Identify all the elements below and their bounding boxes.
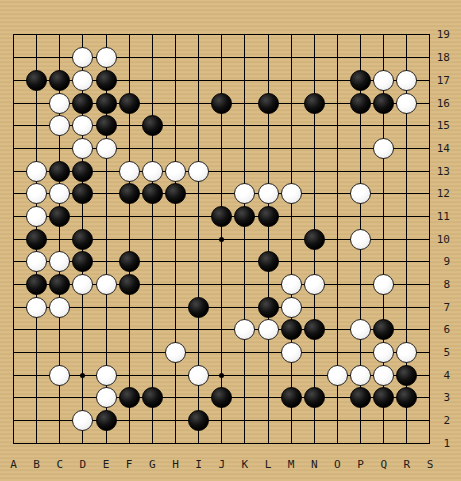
intersection-Q16[interactable] [372,92,395,115]
intersection-D5[interactable] [71,341,94,364]
intersection-N4[interactable] [303,364,326,387]
intersection-P18[interactable] [349,46,372,69]
intersection-R16[interactable] [395,92,418,115]
intersection-N15[interactable] [303,114,326,137]
intersection-M16[interactable] [280,92,303,115]
intersection-E7[interactable] [94,296,117,319]
intersection-M10[interactable] [280,228,303,251]
intersection-F3[interactable] [118,387,141,410]
intersection-A5[interactable] [2,341,25,364]
intersection-A13[interactable] [2,160,25,183]
intersection-K8[interactable] [233,273,256,296]
intersection-A10[interactable] [2,228,25,251]
intersection-H8[interactable] [164,273,187,296]
intersection-H17[interactable] [164,69,187,92]
intersection-A3[interactable] [2,387,25,410]
intersection-B17[interactable] [25,69,48,92]
intersection-C4[interactable] [48,364,71,387]
intersection-H4[interactable] [164,364,187,387]
intersection-E10[interactable] [94,228,117,251]
intersection-K7[interactable] [233,296,256,319]
intersection-L10[interactable] [256,228,279,251]
intersection-M5[interactable] [280,341,303,364]
intersection-O3[interactable] [326,387,349,410]
intersection-B9[interactable] [25,250,48,273]
intersection-O6[interactable] [326,319,349,342]
intersection-J15[interactable] [210,114,233,137]
intersection-R12[interactable] [395,182,418,205]
intersection-J6[interactable] [210,319,233,342]
intersection-D19[interactable] [71,24,94,47]
intersection-R3[interactable] [395,387,418,410]
intersection-P19[interactable] [349,24,372,47]
intersection-Q7[interactable] [372,296,395,319]
intersection-H10[interactable] [164,228,187,251]
intersection-I7[interactable] [187,296,210,319]
intersection-J19[interactable] [210,24,233,47]
intersection-D8[interactable] [71,273,94,296]
intersection-E6[interactable] [94,319,117,342]
intersection-G1[interactable] [141,432,164,455]
intersection-R8[interactable] [395,273,418,296]
intersection-H19[interactable] [164,24,187,47]
intersection-N6[interactable] [303,319,326,342]
intersection-F1[interactable] [118,432,141,455]
intersection-I14[interactable] [187,137,210,160]
intersection-R17[interactable] [395,69,418,92]
intersection-P17[interactable] [349,69,372,92]
intersection-E11[interactable] [94,205,117,228]
intersection-F2[interactable] [118,409,141,432]
intersection-L11[interactable] [256,205,279,228]
intersection-L14[interactable] [256,137,279,160]
intersection-D16[interactable] [71,92,94,115]
intersection-P13[interactable] [349,160,372,183]
intersection-C7[interactable] [48,296,71,319]
intersection-K14[interactable] [233,137,256,160]
intersection-F12[interactable] [118,182,141,205]
intersection-E12[interactable] [94,182,117,205]
intersection-C6[interactable] [48,319,71,342]
intersection-J10[interactable] [210,228,233,251]
intersection-O11[interactable] [326,205,349,228]
intersection-E4[interactable] [94,364,117,387]
intersection-E13[interactable] [94,160,117,183]
intersection-L19[interactable] [256,24,279,47]
intersection-G17[interactable] [141,69,164,92]
intersection-J4[interactable] [210,364,233,387]
intersection-F14[interactable] [118,137,141,160]
intersection-L13[interactable] [256,160,279,183]
intersection-I17[interactable] [187,69,210,92]
intersection-O8[interactable] [326,273,349,296]
intersection-D15[interactable] [71,114,94,137]
intersection-A19[interactable] [2,24,25,47]
intersection-D4[interactable] [71,364,94,387]
intersection-C12[interactable] [48,182,71,205]
intersection-R9[interactable] [395,250,418,273]
intersection-I19[interactable] [187,24,210,47]
intersection-I8[interactable] [187,273,210,296]
intersection-G8[interactable] [141,273,164,296]
intersection-D14[interactable] [71,137,94,160]
intersection-D7[interactable] [71,296,94,319]
intersection-J3[interactable] [210,387,233,410]
intersection-Q1[interactable] [372,432,395,455]
intersection-N14[interactable] [303,137,326,160]
intersection-P7[interactable] [349,296,372,319]
intersection-F18[interactable] [118,46,141,69]
intersection-B6[interactable] [25,319,48,342]
intersection-K1[interactable] [233,432,256,455]
intersection-K12[interactable] [233,182,256,205]
intersection-I1[interactable] [187,432,210,455]
intersection-Q10[interactable] [372,228,395,251]
intersection-J12[interactable] [210,182,233,205]
intersection-J18[interactable] [210,46,233,69]
intersection-M12[interactable] [280,182,303,205]
intersection-A15[interactable] [2,114,25,137]
intersection-L17[interactable] [256,69,279,92]
intersection-E15[interactable] [94,114,117,137]
intersection-G10[interactable] [141,228,164,251]
intersection-C2[interactable] [48,409,71,432]
intersection-M9[interactable] [280,250,303,273]
intersection-M18[interactable] [280,46,303,69]
intersection-P4[interactable] [349,364,372,387]
intersection-O14[interactable] [326,137,349,160]
intersection-P15[interactable] [349,114,372,137]
intersection-O16[interactable] [326,92,349,115]
intersection-F19[interactable] [118,24,141,47]
intersection-C1[interactable] [48,432,71,455]
intersection-O13[interactable] [326,160,349,183]
intersection-R2[interactable] [395,409,418,432]
intersection-P5[interactable] [349,341,372,364]
intersection-P11[interactable] [349,205,372,228]
intersection-F5[interactable] [118,341,141,364]
intersection-F13[interactable] [118,160,141,183]
intersection-C8[interactable] [48,273,71,296]
intersection-K17[interactable] [233,69,256,92]
intersection-F4[interactable] [118,364,141,387]
intersection-R6[interactable] [395,319,418,342]
intersection-K3[interactable] [233,387,256,410]
intersection-N1[interactable] [303,432,326,455]
intersection-I9[interactable] [187,250,210,273]
intersection-F17[interactable] [118,69,141,92]
intersection-J1[interactable] [210,432,233,455]
intersection-H9[interactable] [164,250,187,273]
intersection-C9[interactable] [48,250,71,273]
intersection-B16[interactable] [25,92,48,115]
intersection-H18[interactable] [164,46,187,69]
intersection-J7[interactable] [210,296,233,319]
intersection-Q11[interactable] [372,205,395,228]
intersection-G3[interactable] [141,387,164,410]
intersection-L7[interactable] [256,296,279,319]
intersection-P10[interactable] [349,228,372,251]
intersection-K2[interactable] [233,409,256,432]
intersection-Q9[interactable] [372,250,395,273]
intersection-R14[interactable] [395,137,418,160]
intersection-O15[interactable] [326,114,349,137]
intersection-B8[interactable] [25,273,48,296]
intersection-Q6[interactable] [372,319,395,342]
intersection-H7[interactable] [164,296,187,319]
intersection-B13[interactable] [25,160,48,183]
intersection-A18[interactable] [2,46,25,69]
intersection-O17[interactable] [326,69,349,92]
intersection-K10[interactable] [233,228,256,251]
intersection-B1[interactable] [25,432,48,455]
intersection-J5[interactable] [210,341,233,364]
intersection-F16[interactable] [118,92,141,115]
intersection-N7[interactable] [303,296,326,319]
intersection-C16[interactable] [48,92,71,115]
intersection-K19[interactable] [233,24,256,47]
intersection-P2[interactable] [349,409,372,432]
intersection-L15[interactable] [256,114,279,137]
intersection-F9[interactable] [118,250,141,273]
intersection-O4[interactable] [326,364,349,387]
intersection-A9[interactable] [2,250,25,273]
intersection-G7[interactable] [141,296,164,319]
intersection-O19[interactable] [326,24,349,47]
intersection-H11[interactable] [164,205,187,228]
intersection-L12[interactable] [256,182,279,205]
intersection-C19[interactable] [48,24,71,47]
intersection-L16[interactable] [256,92,279,115]
intersection-P1[interactable] [349,432,372,455]
intersection-O2[interactable] [326,409,349,432]
intersection-H15[interactable] [164,114,187,137]
intersection-O1[interactable] [326,432,349,455]
intersection-J13[interactable] [210,160,233,183]
intersection-R15[interactable] [395,114,418,137]
intersection-N2[interactable] [303,409,326,432]
intersection-B3[interactable] [25,387,48,410]
intersection-R13[interactable] [395,160,418,183]
intersection-G11[interactable] [141,205,164,228]
intersection-E1[interactable] [94,432,117,455]
intersection-E2[interactable] [94,409,117,432]
intersection-B7[interactable] [25,296,48,319]
intersection-A16[interactable] [2,92,25,115]
intersection-A4[interactable] [2,364,25,387]
intersection-B14[interactable] [25,137,48,160]
intersection-A2[interactable] [2,409,25,432]
intersection-M1[interactable] [280,432,303,455]
intersection-K9[interactable] [233,250,256,273]
intersection-G13[interactable] [141,160,164,183]
intersection-N13[interactable] [303,160,326,183]
intersection-R11[interactable] [395,205,418,228]
intersection-O9[interactable] [326,250,349,273]
intersection-A1[interactable] [2,432,25,455]
intersection-D11[interactable] [71,205,94,228]
intersection-C18[interactable] [48,46,71,69]
intersection-N10[interactable] [303,228,326,251]
intersection-D12[interactable] [71,182,94,205]
intersection-R18[interactable] [395,46,418,69]
intersection-A14[interactable] [2,137,25,160]
intersection-B11[interactable] [25,205,48,228]
intersection-H13[interactable] [164,160,187,183]
intersection-G5[interactable] [141,341,164,364]
intersection-J16[interactable] [210,92,233,115]
intersection-F7[interactable] [118,296,141,319]
intersection-F8[interactable] [118,273,141,296]
intersection-A12[interactable] [2,182,25,205]
intersection-A11[interactable] [2,205,25,228]
intersection-E14[interactable] [94,137,117,160]
intersection-B10[interactable] [25,228,48,251]
intersection-J9[interactable] [210,250,233,273]
intersection-J11[interactable] [210,205,233,228]
intersection-D6[interactable] [71,319,94,342]
intersection-B12[interactable] [25,182,48,205]
intersection-D2[interactable] [71,409,94,432]
intersection-M3[interactable] [280,387,303,410]
intersection-K6[interactable] [233,319,256,342]
intersection-N17[interactable] [303,69,326,92]
intersection-C13[interactable] [48,160,71,183]
intersection-C14[interactable] [48,137,71,160]
intersection-L18[interactable] [256,46,279,69]
intersection-R1[interactable] [395,432,418,455]
intersection-B15[interactable] [25,114,48,137]
intersection-M2[interactable] [280,409,303,432]
intersection-N19[interactable] [303,24,326,47]
intersection-P16[interactable] [349,92,372,115]
intersection-J2[interactable] [210,409,233,432]
intersection-D17[interactable] [71,69,94,92]
intersection-I4[interactable] [187,364,210,387]
intersection-G12[interactable] [141,182,164,205]
intersection-M7[interactable] [280,296,303,319]
intersection-K16[interactable] [233,92,256,115]
intersection-Q3[interactable] [372,387,395,410]
intersection-O18[interactable] [326,46,349,69]
intersection-I15[interactable] [187,114,210,137]
intersection-E3[interactable] [94,387,117,410]
intersection-A8[interactable] [2,273,25,296]
intersection-G18[interactable] [141,46,164,69]
intersection-P6[interactable] [349,319,372,342]
intersection-G16[interactable] [141,92,164,115]
intersection-M17[interactable] [280,69,303,92]
intersection-Q17[interactable] [372,69,395,92]
intersection-H16[interactable] [164,92,187,115]
intersection-M4[interactable] [280,364,303,387]
intersection-L3[interactable] [256,387,279,410]
intersection-L8[interactable] [256,273,279,296]
intersection-E9[interactable] [94,250,117,273]
intersection-N3[interactable] [303,387,326,410]
intersection-K5[interactable] [233,341,256,364]
intersection-E19[interactable] [94,24,117,47]
intersection-N5[interactable] [303,341,326,364]
intersection-B18[interactable] [25,46,48,69]
intersection-L2[interactable] [256,409,279,432]
intersection-R5[interactable] [395,341,418,364]
intersection-Q8[interactable] [372,273,395,296]
intersection-D3[interactable] [71,387,94,410]
intersection-N9[interactable] [303,250,326,273]
intersection-P3[interactable] [349,387,372,410]
intersection-E18[interactable] [94,46,117,69]
intersection-G4[interactable] [141,364,164,387]
intersection-L1[interactable] [256,432,279,455]
intersection-F6[interactable] [118,319,141,342]
intersection-I10[interactable] [187,228,210,251]
intersection-N11[interactable] [303,205,326,228]
intersection-K15[interactable] [233,114,256,137]
intersection-I11[interactable] [187,205,210,228]
intersection-O7[interactable] [326,296,349,319]
intersection-G6[interactable] [141,319,164,342]
intersection-H14[interactable] [164,137,187,160]
intersection-Q15[interactable] [372,114,395,137]
intersection-R7[interactable] [395,296,418,319]
intersection-R19[interactable] [395,24,418,47]
intersection-C11[interactable] [48,205,71,228]
intersection-M11[interactable] [280,205,303,228]
intersection-F15[interactable] [118,114,141,137]
intersection-Q5[interactable] [372,341,395,364]
intersection-A17[interactable] [2,69,25,92]
intersection-H2[interactable] [164,409,187,432]
intersection-Q2[interactable] [372,409,395,432]
intersection-G14[interactable] [141,137,164,160]
intersection-Q13[interactable] [372,160,395,183]
intersection-G9[interactable] [141,250,164,273]
intersection-H6[interactable] [164,319,187,342]
intersection-M14[interactable] [280,137,303,160]
intersection-B5[interactable] [25,341,48,364]
intersection-P12[interactable] [349,182,372,205]
intersection-L6[interactable] [256,319,279,342]
intersection-H3[interactable] [164,387,187,410]
intersection-I3[interactable] [187,387,210,410]
intersection-I6[interactable] [187,319,210,342]
intersection-G15[interactable] [141,114,164,137]
intersection-Q19[interactable] [372,24,395,47]
intersection-M19[interactable] [280,24,303,47]
intersection-P14[interactable] [349,137,372,160]
intersection-L4[interactable] [256,364,279,387]
intersection-I5[interactable] [187,341,210,364]
intersection-A6[interactable] [2,319,25,342]
intersection-D10[interactable] [71,228,94,251]
intersection-O12[interactable] [326,182,349,205]
intersection-A7[interactable] [2,296,25,319]
intersection-K4[interactable] [233,364,256,387]
intersection-Q14[interactable] [372,137,395,160]
intersection-I18[interactable] [187,46,210,69]
intersection-C3[interactable] [48,387,71,410]
intersection-L5[interactable] [256,341,279,364]
intersection-E5[interactable] [94,341,117,364]
intersection-K18[interactable] [233,46,256,69]
intersection-C17[interactable] [48,69,71,92]
intersection-C10[interactable] [48,228,71,251]
intersection-J17[interactable] [210,69,233,92]
intersection-K11[interactable] [233,205,256,228]
intersection-D18[interactable] [71,46,94,69]
intersection-J8[interactable] [210,273,233,296]
